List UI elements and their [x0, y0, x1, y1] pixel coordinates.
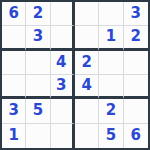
- cell-r2c5[interactable]: 1: [99, 26, 123, 50]
- cell-r2c4[interactable]: [75, 26, 99, 50]
- cell-r1c3[interactable]: [51, 2, 75, 26]
- cell-r6c4[interactable]: [75, 124, 99, 148]
- sudoku-board: 6233124234352156: [0, 0, 150, 150]
- given-digit: 1: [8, 128, 18, 143]
- cell-r6c2[interactable]: [26, 124, 50, 148]
- cell-r3c6[interactable]: [124, 51, 148, 75]
- given-digit: 3: [8, 103, 18, 118]
- cell-r3c5[interactable]: [99, 51, 123, 75]
- given-digit: 2: [106, 103, 116, 118]
- cell-r4c3[interactable]: 3: [51, 75, 75, 99]
- cell-r1c6[interactable]: 3: [124, 2, 148, 26]
- cell-r5c2[interactable]: 5: [26, 99, 50, 123]
- cell-r6c6[interactable]: 6: [124, 124, 148, 148]
- given-digit: 2: [131, 29, 141, 44]
- cell-r5c4[interactable]: [75, 99, 99, 123]
- cell-r4c5[interactable]: [99, 75, 123, 99]
- cell-r4c4[interactable]: 4: [75, 75, 99, 99]
- cell-r4c6[interactable]: [124, 75, 148, 99]
- cell-r5c6[interactable]: [124, 99, 148, 123]
- screenshot-stage: 6233124234352156: [0, 0, 150, 150]
- cell-r2c6[interactable]: 2: [124, 26, 148, 50]
- given-digit: 6: [131, 128, 141, 143]
- cell-r5c5[interactable]: 2: [99, 99, 123, 123]
- cell-r2c2[interactable]: 3: [26, 26, 50, 50]
- cell-r3c2[interactable]: [26, 51, 50, 75]
- cell-r1c1[interactable]: 6: [2, 2, 26, 26]
- given-digit: 3: [56, 78, 66, 93]
- given-digit: 2: [81, 55, 91, 70]
- given-digit: 6: [8, 6, 18, 21]
- given-digit: 4: [81, 78, 91, 93]
- cell-r6c5[interactable]: 5: [99, 124, 123, 148]
- given-digit: 3: [131, 6, 141, 21]
- given-digit: 5: [33, 103, 43, 118]
- cell-r4c1[interactable]: [2, 75, 26, 99]
- cell-r1c5[interactable]: [99, 2, 123, 26]
- cell-r3c4[interactable]: 2: [75, 51, 99, 75]
- given-digit: 5: [106, 128, 116, 143]
- given-digit: 4: [56, 55, 66, 70]
- cell-r6c1[interactable]: 1: [2, 124, 26, 148]
- cell-r6c3[interactable]: [51, 124, 75, 148]
- cell-r4c2[interactable]: [26, 75, 50, 99]
- given-digit: 3: [33, 29, 43, 44]
- cell-r2c1[interactable]: [2, 26, 26, 50]
- cell-r3c3[interactable]: 4: [51, 51, 75, 75]
- cell-r1c4[interactable]: [75, 2, 99, 26]
- cell-r2c3[interactable]: [51, 26, 75, 50]
- given-digit: 2: [33, 6, 43, 21]
- cell-r5c3[interactable]: [51, 99, 75, 123]
- cell-r1c2[interactable]: 2: [26, 2, 50, 26]
- cell-r5c1[interactable]: 3: [2, 99, 26, 123]
- given-digit: 1: [106, 29, 116, 44]
- cell-r3c1[interactable]: [2, 51, 26, 75]
